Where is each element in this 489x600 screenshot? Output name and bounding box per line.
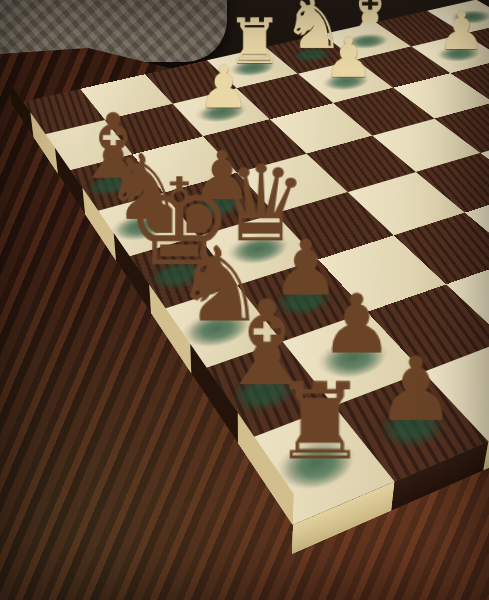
- pawn-glyph: ♟: [376, 351, 455, 431]
- photo-frame: ♜♞♝♚♟♟♟♟♝♞♟♚♛♞♟♝♟♜♟: [0, 0, 489, 600]
- rook-glyph: ♜: [273, 374, 369, 470]
- chess-board: ♜♞♝♚♟♟♟♟♝♞♟♚♛♞♟♝♟♜♟: [12, 0, 489, 525]
- pawn-glyph: ♟: [324, 33, 374, 83]
- scene: ♜♞♝♚♟♟♟♟♝♞♟♚♛♞♟♝♟♜♟: [0, 0, 489, 600]
- pawn-glyph: ♟: [438, 8, 485, 56]
- pawn-glyph: ♟: [198, 62, 250, 115]
